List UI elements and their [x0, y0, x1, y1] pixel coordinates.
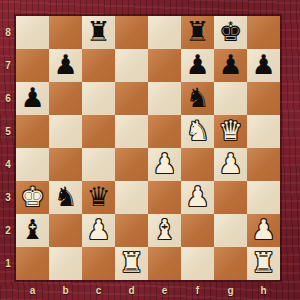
rank-label-6: 6	[0, 82, 16, 115]
square-a1[interactable]	[16, 247, 49, 280]
square-a7[interactable]	[16, 49, 49, 82]
piece-white-rook-d1[interactable]: ♜	[119, 249, 143, 276]
file-label-f: f	[181, 280, 214, 299]
square-a5[interactable]	[16, 115, 49, 148]
piece-black-pawn-a6[interactable]: ♟	[20, 84, 44, 111]
square-e7[interactable]	[148, 49, 181, 82]
piece-white-rook-h1[interactable]: ♜	[251, 249, 275, 276]
square-c3[interactable]: ♛	[82, 181, 115, 214]
square-h6[interactable]	[247, 82, 280, 115]
square-c8[interactable]: ♜	[82, 16, 115, 49]
square-g5[interactable]: ♛	[214, 115, 247, 148]
square-a8[interactable]	[16, 16, 49, 49]
square-b2[interactable]	[49, 214, 82, 247]
piece-white-king-a3[interactable]: ♚	[20, 183, 44, 210]
square-c2[interactable]: ♟	[82, 214, 115, 247]
square-b7[interactable]: ♟	[49, 49, 82, 82]
square-d3[interactable]	[115, 181, 148, 214]
chess-board: ♜♜♚♟♟♟♟♟♞♞♛♟♟♚♞♛♟♝♟♝♟♜♜	[16, 16, 280, 280]
piece-black-pawn-b7[interactable]: ♟	[53, 51, 77, 78]
square-a4[interactable]	[16, 148, 49, 181]
square-h3[interactable]	[247, 181, 280, 214]
square-c6[interactable]	[82, 82, 115, 115]
square-e5[interactable]	[148, 115, 181, 148]
piece-white-pawn-h2[interactable]: ♟	[251, 216, 275, 243]
square-b1[interactable]	[49, 247, 82, 280]
square-g4[interactable]: ♟	[214, 148, 247, 181]
piece-white-knight-f5[interactable]: ♞	[185, 117, 209, 144]
square-g2[interactable]	[214, 214, 247, 247]
square-d1[interactable]: ♜	[115, 247, 148, 280]
square-h8[interactable]	[247, 16, 280, 49]
square-h2[interactable]: ♟	[247, 214, 280, 247]
rank-label-3: 3	[0, 181, 16, 214]
file-label-c: c	[82, 280, 115, 299]
piece-white-bishop-e2[interactable]: ♝	[152, 216, 176, 243]
square-f7[interactable]: ♟	[181, 49, 214, 82]
square-d6[interactable]	[115, 82, 148, 115]
square-h4[interactable]	[247, 148, 280, 181]
piece-black-rook-c8[interactable]: ♜	[86, 18, 110, 45]
square-c1[interactable]	[82, 247, 115, 280]
piece-black-knight-b3[interactable]: ♞	[53, 183, 77, 210]
square-b4[interactable]	[49, 148, 82, 181]
square-c4[interactable]	[82, 148, 115, 181]
square-f6[interactable]: ♞	[181, 82, 214, 115]
file-label-b: b	[49, 280, 82, 299]
square-e3[interactable]	[148, 181, 181, 214]
square-d4[interactable]	[115, 148, 148, 181]
square-b6[interactable]	[49, 82, 82, 115]
file-label-h: h	[247, 280, 280, 299]
square-b8[interactable]	[49, 16, 82, 49]
square-h1[interactable]: ♜	[247, 247, 280, 280]
piece-white-pawn-g4[interactable]: ♟	[218, 150, 242, 177]
square-d2[interactable]	[115, 214, 148, 247]
piece-white-pawn-f3[interactable]: ♟	[185, 183, 209, 210]
rank-label-8: 8	[0, 16, 16, 49]
rank-label-4: 4	[0, 148, 16, 181]
square-d8[interactable]	[115, 16, 148, 49]
piece-black-queen-c3[interactable]: ♛	[86, 183, 110, 210]
square-e4[interactable]: ♟	[148, 148, 181, 181]
piece-white-pawn-e4[interactable]: ♟	[152, 150, 176, 177]
square-e8[interactable]	[148, 16, 181, 49]
square-g3[interactable]	[214, 181, 247, 214]
square-e6[interactable]	[148, 82, 181, 115]
square-d5[interactable]	[115, 115, 148, 148]
file-label-d: d	[115, 280, 148, 299]
square-f1[interactable]	[181, 247, 214, 280]
square-h5[interactable]	[247, 115, 280, 148]
square-d7[interactable]	[115, 49, 148, 82]
piece-black-pawn-g7[interactable]: ♟	[218, 51, 242, 78]
square-f8[interactable]: ♜	[181, 16, 214, 49]
square-a2[interactable]: ♝	[16, 214, 49, 247]
file-label-e: e	[148, 280, 181, 299]
square-g6[interactable]	[214, 82, 247, 115]
chess-board-frame: 87654321 ♜♜♚♟♟♟♟♟♞♞♛♟♟♚♞♛♟♝♟♝♟♜♜ abcdefg…	[0, 0, 300, 300]
square-e2[interactable]: ♝	[148, 214, 181, 247]
rank-labels: 87654321	[0, 16, 16, 280]
file-label-g: g	[214, 280, 247, 299]
square-e1[interactable]	[148, 247, 181, 280]
square-c5[interactable]	[82, 115, 115, 148]
rank-label-2: 2	[0, 214, 16, 247]
file-label-a: a	[16, 280, 49, 299]
square-b3[interactable]: ♞	[49, 181, 82, 214]
square-g8[interactable]: ♚	[214, 16, 247, 49]
square-a6[interactable]: ♟	[16, 82, 49, 115]
file-labels: abcdefgh	[16, 280, 280, 299]
square-g1[interactable]	[214, 247, 247, 280]
piece-black-pawn-h7[interactable]: ♟	[251, 51, 275, 78]
rank-label-7: 7	[0, 49, 16, 82]
square-f2[interactable]	[181, 214, 214, 247]
piece-white-pawn-c2[interactable]: ♟	[86, 216, 110, 243]
square-g7[interactable]: ♟	[214, 49, 247, 82]
piece-black-bishop-a2[interactable]: ♝	[20, 216, 44, 243]
square-c7[interactable]	[82, 49, 115, 82]
piece-black-knight-f6[interactable]: ♞	[185, 84, 209, 111]
piece-black-rook-f8[interactable]: ♜	[185, 18, 209, 45]
square-a3[interactable]: ♚	[16, 181, 49, 214]
square-h7[interactable]: ♟	[247, 49, 280, 82]
square-b5[interactable]	[49, 115, 82, 148]
rank-label-5: 5	[0, 115, 16, 148]
rank-label-1: 1	[0, 247, 16, 280]
piece-black-pawn-f7[interactable]: ♟	[185, 51, 209, 78]
piece-white-queen-g5[interactable]: ♛	[218, 117, 242, 144]
square-f5[interactable]: ♞	[181, 115, 214, 148]
square-f4[interactable]	[181, 148, 214, 181]
piece-black-king-g8[interactable]: ♚	[218, 18, 242, 45]
square-f3[interactable]: ♟	[181, 181, 214, 214]
